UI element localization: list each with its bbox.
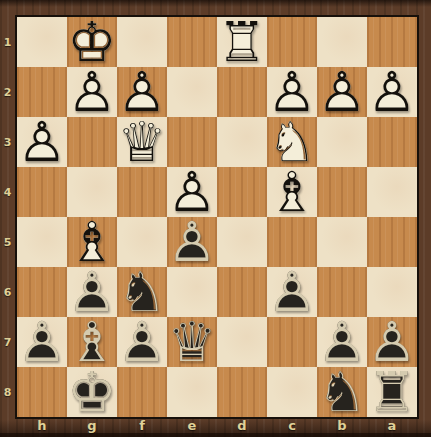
file-label-h: h (17, 417, 67, 434)
rank-label-3: 3 (0, 117, 15, 167)
square-h1[interactable] (17, 17, 67, 67)
piece-black-pawn: ♟♙ (117, 317, 167, 367)
square-e1[interactable] (167, 17, 217, 67)
square-b5[interactable] (317, 217, 367, 267)
file-label-a: a (367, 417, 417, 434)
board: ♚♔♜♖♟♙♟♙♟♙♟♙♟♙♟♙♛♕♞♘♟♙♝♗♝♗♟♙♟♙♞♘♟♙♟♙♝♗♟♙… (15, 15, 419, 419)
square-c6[interactable]: ♟♙ (267, 267, 317, 317)
square-a2[interactable]: ♟♙ (367, 67, 417, 117)
rank-label-1: 1 (0, 17, 15, 67)
square-g3[interactable] (67, 117, 117, 167)
rank-label-8: 8 (0, 367, 15, 417)
file-label-b: b (317, 417, 367, 434)
square-c7[interactable] (267, 317, 317, 367)
piece-white-bishop: ♝♗ (267, 167, 317, 217)
square-b8[interactable]: ♞♘ (317, 367, 367, 417)
square-f7[interactable]: ♟♙ (117, 317, 167, 367)
square-h4[interactable] (17, 167, 67, 217)
piece-white-pawn: ♟♙ (67, 67, 117, 117)
square-h7[interactable]: ♟♙ (17, 317, 67, 367)
piece-white-queen: ♛♕ (117, 117, 167, 167)
square-e5[interactable]: ♟♙ (167, 217, 217, 267)
square-b4[interactable] (317, 167, 367, 217)
piece-black-king: ♚♔ (67, 367, 117, 417)
square-e2[interactable] (167, 67, 217, 117)
piece-black-knight: ♞♘ (317, 367, 367, 417)
square-d4[interactable] (217, 167, 267, 217)
square-c8[interactable] (267, 367, 317, 417)
square-a4[interactable] (367, 167, 417, 217)
square-g2[interactable]: ♟♙ (67, 67, 117, 117)
square-h5[interactable] (17, 217, 67, 267)
rank-label-6: 6 (0, 267, 15, 317)
square-e8[interactable] (167, 367, 217, 417)
square-d1[interactable]: ♜♖ (217, 17, 267, 67)
file-label-f: f (117, 417, 167, 434)
rank-label-5: 5 (0, 217, 15, 267)
square-d6[interactable] (217, 267, 267, 317)
square-h3[interactable]: ♟♙ (17, 117, 67, 167)
square-b2[interactable]: ♟♙ (317, 67, 367, 117)
rank-label-4: 4 (0, 167, 15, 217)
square-f3[interactable]: ♛♕ (117, 117, 167, 167)
frame-bottom-shade (0, 433, 431, 437)
board-frame: 12345678 ♚♔♜♖♟♙♟♙♟♙♟♙♟♙♟♙♛♕♞♘♟♙♝♗♝♗♟♙♟♙♞… (0, 0, 431, 437)
piece-black-pawn: ♟♙ (17, 317, 67, 367)
square-d3[interactable] (217, 117, 267, 167)
square-h8[interactable] (17, 367, 67, 417)
piece-black-pawn: ♟♙ (167, 217, 217, 267)
square-f4[interactable] (117, 167, 167, 217)
square-a3[interactable] (367, 117, 417, 167)
square-d2[interactable] (217, 67, 267, 117)
rank-label-2: 2 (0, 67, 15, 117)
piece-black-rook: ♜♖ (367, 367, 417, 417)
rank-label-7: 7 (0, 317, 15, 367)
piece-white-pawn: ♟♙ (367, 67, 417, 117)
piece-black-queen: ♛♕ (167, 317, 217, 367)
file-label-g: g (67, 417, 117, 434)
file-label-c: c (267, 417, 317, 434)
piece-white-rook: ♜♖ (217, 17, 267, 67)
square-b3[interactable] (317, 117, 367, 167)
square-f8[interactable] (117, 367, 167, 417)
file-label-e: e (167, 417, 217, 434)
square-g8[interactable]: ♚♔ (67, 367, 117, 417)
square-e7[interactable]: ♛♕ (167, 317, 217, 367)
square-d5[interactable] (217, 217, 267, 267)
piece-white-pawn: ♟♙ (317, 67, 367, 117)
square-a8[interactable]: ♜♖ (367, 367, 417, 417)
square-c4[interactable]: ♝♗ (267, 167, 317, 217)
square-d8[interactable] (217, 367, 267, 417)
piece-black-pawn: ♟♙ (267, 267, 317, 317)
file-label-d: d (217, 417, 267, 434)
square-a5[interactable] (367, 217, 417, 267)
square-d7[interactable] (217, 317, 267, 367)
piece-white-pawn: ♟♙ (17, 117, 67, 167)
rank-labels: 12345678 (0, 17, 15, 417)
file-labels: hgfedcba (17, 417, 417, 434)
